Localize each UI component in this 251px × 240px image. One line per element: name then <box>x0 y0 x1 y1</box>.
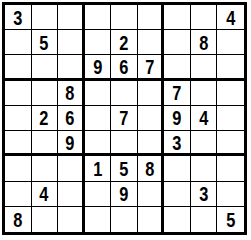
cell-r1c6[interactable] <box>138 5 165 30</box>
cell-r5c4[interactable] <box>85 106 112 131</box>
cell-r4c7[interactable]: 7 <box>164 81 191 106</box>
cell-r9c8[interactable] <box>191 207 218 232</box>
given-digit: 8 <box>65 82 74 103</box>
cell-r2c8[interactable]: 8 <box>191 30 218 55</box>
cell-r2c2[interactable]: 5 <box>32 30 59 55</box>
cell-r4c1[interactable] <box>5 81 32 106</box>
cell-r8c1[interactable] <box>5 182 32 207</box>
cell-r3c1[interactable] <box>5 55 32 80</box>
given-digit: 7 <box>119 107 128 128</box>
cell-r3c4[interactable]: 9 <box>85 55 112 80</box>
cell-r2c5[interactable]: 2 <box>111 30 138 55</box>
cell-r5c2[interactable]: 2 <box>32 106 59 131</box>
cell-r2c1[interactable] <box>5 30 32 55</box>
cell-r5c1[interactable] <box>5 106 32 131</box>
given-digit: 3 <box>199 183 208 204</box>
cell-r6c9[interactable] <box>217 131 244 156</box>
cell-r9c3[interactable] <box>58 207 85 232</box>
cell-r1c2[interactable] <box>32 5 59 30</box>
given-digit: 6 <box>65 107 74 128</box>
cell-r5c3[interactable]: 6 <box>58 106 85 131</box>
cell-r3c5[interactable]: 6 <box>111 55 138 80</box>
cell-r7c4[interactable]: 1 <box>85 156 112 181</box>
cell-r2c6[interactable] <box>138 30 165 55</box>
cell-r9c4[interactable] <box>85 207 112 232</box>
cell-r1c4[interactable] <box>85 5 112 30</box>
sudoku-board: 3452896787267949315849385 <box>2 2 247 235</box>
cell-r7c1[interactable] <box>5 156 32 181</box>
given-digit: 8 <box>145 158 154 179</box>
cell-r9c7[interactable] <box>164 207 191 232</box>
given-digit: 8 <box>13 209 22 230</box>
cell-r1c8[interactable] <box>191 5 218 30</box>
given-digit: 5 <box>40 32 49 53</box>
given-digit: 5 <box>226 209 235 230</box>
given-digit: 6 <box>119 56 128 77</box>
cell-r6c6[interactable] <box>138 131 165 156</box>
cell-r7c5[interactable]: 5 <box>111 156 138 181</box>
cell-r8c9[interactable] <box>217 182 244 207</box>
cell-r1c3[interactable] <box>58 5 85 30</box>
cell-r6c4[interactable] <box>85 131 112 156</box>
given-digit: 4 <box>199 107 208 128</box>
given-digit: 3 <box>13 7 22 28</box>
given-digit: 9 <box>119 183 128 204</box>
cell-r4c6[interactable] <box>138 81 165 106</box>
given-digit: 4 <box>226 7 235 28</box>
cell-r3c3[interactable] <box>58 55 85 80</box>
cell-r8c4[interactable] <box>85 182 112 207</box>
sudoku-page: 3452896787267949315849385 <box>0 0 251 240</box>
given-digit: 9 <box>173 107 182 128</box>
cell-r8c5[interactable]: 9 <box>111 182 138 207</box>
cell-r9c2[interactable] <box>32 207 59 232</box>
cell-r2c9[interactable] <box>217 30 244 55</box>
cell-r6c8[interactable] <box>191 131 218 156</box>
cell-r3c7[interactable] <box>164 55 191 80</box>
cell-r4c9[interactable] <box>217 81 244 106</box>
given-digit: 4 <box>40 183 49 204</box>
cell-r1c5[interactable] <box>111 5 138 30</box>
cell-r5c8[interactable]: 4 <box>191 106 218 131</box>
cell-r4c8[interactable] <box>191 81 218 106</box>
cell-r6c1[interactable] <box>5 131 32 156</box>
cell-r7c3[interactable] <box>58 156 85 181</box>
cell-r3c9[interactable] <box>217 55 244 80</box>
cell-r1c7[interactable] <box>164 5 191 30</box>
cell-r6c5[interactable] <box>111 131 138 156</box>
given-digit: 1 <box>93 158 102 179</box>
cell-r9c5[interactable] <box>111 207 138 232</box>
given-digit: 9 <box>65 132 74 153</box>
cell-r3c2[interactable] <box>32 55 59 80</box>
given-digit: 3 <box>173 132 182 153</box>
cell-r7c2[interactable] <box>32 156 59 181</box>
cell-r6c7[interactable]: 3 <box>164 131 191 156</box>
given-digit: 7 <box>145 56 154 77</box>
given-digit: 2 <box>119 32 128 53</box>
cell-r1c1[interactable]: 3 <box>5 5 32 30</box>
cell-r5c9[interactable] <box>217 106 244 131</box>
cell-r2c7[interactable] <box>164 30 191 55</box>
cell-r4c3[interactable]: 8 <box>58 81 85 106</box>
cell-r2c4[interactable] <box>85 30 112 55</box>
cell-r7c9[interactable] <box>217 156 244 181</box>
cell-r2c3[interactable] <box>58 30 85 55</box>
given-digit: 7 <box>173 82 182 103</box>
cell-r4c4[interactable] <box>85 81 112 106</box>
cell-r6c3[interactable]: 9 <box>58 131 85 156</box>
cell-r6c2[interactable] <box>32 131 59 156</box>
cell-r7c8[interactable] <box>191 156 218 181</box>
cell-r3c8[interactable] <box>191 55 218 80</box>
cell-r9c6[interactable] <box>138 207 165 232</box>
cell-r7c6[interactable]: 8 <box>138 156 165 181</box>
given-digit: 9 <box>93 56 102 77</box>
cell-r8c8[interactable]: 3 <box>191 182 218 207</box>
cell-r8c6[interactable] <box>138 182 165 207</box>
cell-r4c2[interactable] <box>32 81 59 106</box>
given-digit: 2 <box>40 107 49 128</box>
cell-r5c6[interactable] <box>138 106 165 131</box>
cell-r9c1[interactable]: 8 <box>5 207 32 232</box>
cell-r8c7[interactable] <box>164 182 191 207</box>
cell-r8c3[interactable] <box>58 182 85 207</box>
cell-r4c5[interactable] <box>111 81 138 106</box>
cell-r3c6[interactable]: 7 <box>138 55 165 80</box>
given-digit: 5 <box>119 158 128 179</box>
cell-r5c7[interactable]: 9 <box>164 106 191 131</box>
cell-r5c5[interactable]: 7 <box>111 106 138 131</box>
cell-r9c9[interactable]: 5 <box>217 207 244 232</box>
given-digit: 8 <box>199 32 208 53</box>
cell-r7c7[interactable] <box>164 156 191 181</box>
cell-r1c9[interactable]: 4 <box>217 5 244 30</box>
cell-r8c2[interactable]: 4 <box>32 182 59 207</box>
